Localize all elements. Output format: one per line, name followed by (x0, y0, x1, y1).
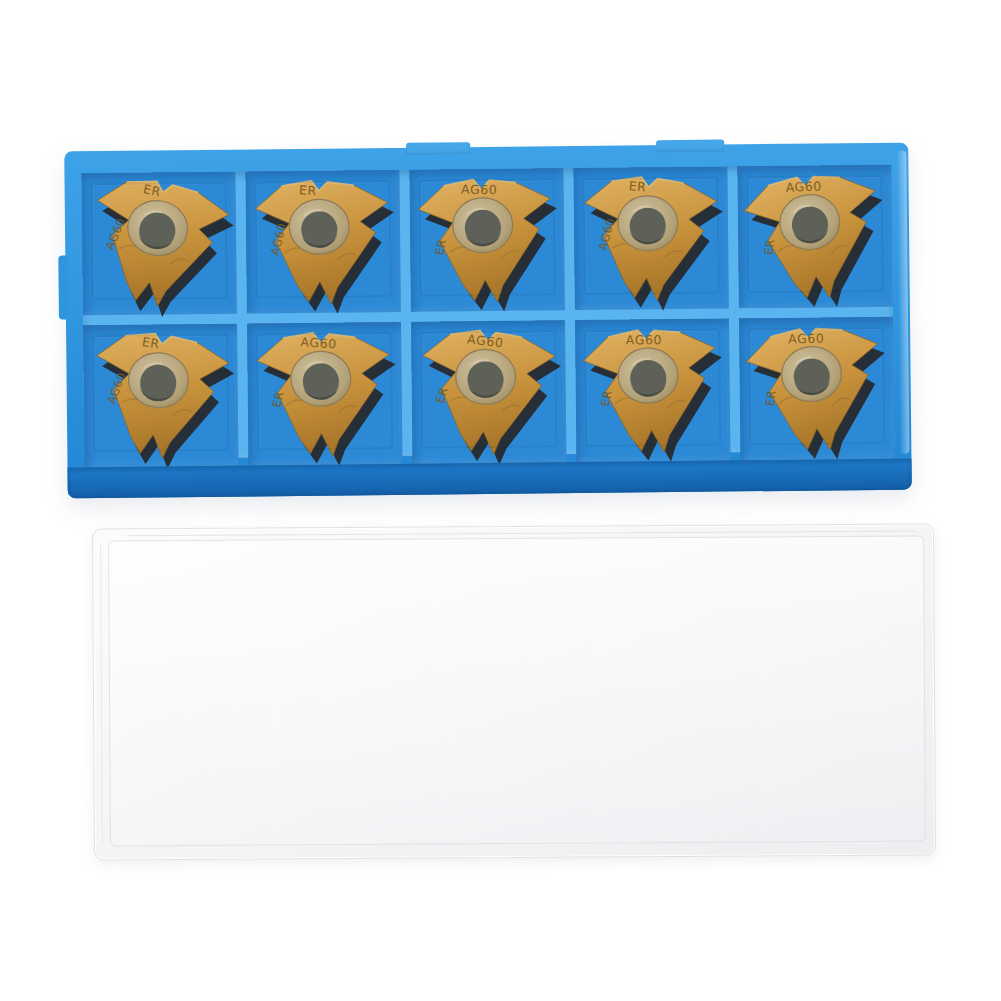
insert-marking-top: ER (299, 182, 318, 198)
threading-insert: ER AG60 (84, 324, 237, 468)
insert-marking-side: ER (764, 389, 779, 407)
product-photo: ER AG60 ER AG60 (0, 0, 1001, 1001)
box-latch-tab (657, 140, 725, 153)
insert-marking-top: AG60 (626, 332, 662, 347)
compartment: ER AG60 (245, 170, 400, 314)
lid-inner-panel (108, 535, 926, 846)
threading-insert: AG60 ER (576, 318, 729, 462)
threading-insert: ER AG60 (574, 166, 727, 310)
compartment: AG60 ER (739, 317, 894, 461)
threading-insert: AG60 ER (410, 168, 563, 312)
threading-insert: ER AG60 (246, 170, 399, 314)
threading-insert: AG60 ER (740, 317, 893, 461)
insert-tray: ER AG60 ER AG60 (81, 165, 894, 459)
box-rim-highlight (897, 151, 909, 454)
compartment: AG60 ER (247, 322, 402, 466)
box-hinge-lug (58, 255, 68, 319)
insert-box: ER AG60 ER AG60 (64, 143, 912, 499)
insert-marking-top: ER (141, 334, 161, 352)
insert-marking-top: ER (628, 178, 647, 195)
insert-marking-top: AG60 (300, 334, 337, 351)
compartment: AG60 ER (411, 320, 566, 464)
insert-marking-top: AG60 (461, 181, 498, 197)
insert-marking-side: ER (762, 238, 777, 256)
box-lid (92, 523, 936, 860)
compartment: AG60 ER (409, 168, 564, 312)
compartment: ER AG60 (83, 324, 238, 468)
box-latch-tab (406, 142, 470, 155)
threading-insert: AG60 ER (412, 320, 565, 464)
compartment: AG60 ER (575, 318, 730, 462)
threading-insert: AG60 ER (248, 322, 401, 466)
threading-insert: ER AG60 (82, 172, 235, 316)
insert-marking-top: AG60 (785, 178, 822, 195)
lid-fold-line (100, 544, 103, 846)
compartment: ER AG60 (573, 166, 728, 310)
compartment: ER AG60 (81, 172, 236, 316)
threading-insert: AG60 ER (738, 165, 891, 309)
insert-marking-top: AG60 (788, 330, 825, 346)
compartment: AG60 ER (737, 165, 892, 309)
